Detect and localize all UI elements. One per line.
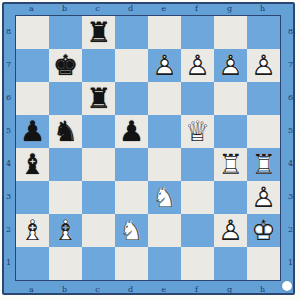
file-label-top-c: c — [81, 3, 114, 14]
rank-label-right-7: 7 — [285, 48, 296, 81]
piece-white-queen-f5: ♛♕ — [181, 115, 214, 148]
square-e2 — [148, 214, 181, 247]
file-label-bottom-a: a — [15, 284, 48, 295]
rank-label-right-4: 4 — [285, 147, 296, 180]
file-label-top-f: f — [180, 3, 213, 14]
piece-white-bishop-a2: ♝♗ — [16, 214, 49, 247]
square-f7: ♟♙ — [181, 49, 214, 82]
piece-white-pawn-e7: ♟♙ — [148, 49, 181, 82]
square-b8 — [49, 16, 82, 49]
rank-label-left-2: 2 — [3, 213, 14, 246]
square-c1 — [82, 247, 115, 280]
square-h7: ♟♙ — [247, 49, 280, 82]
square-b5: ♞ — [49, 115, 82, 148]
square-g5 — [214, 115, 247, 148]
square-a1 — [16, 247, 49, 280]
square-a6 — [16, 82, 49, 115]
square-a4: ♝ — [16, 148, 49, 181]
piece-white-rook-h4: ♜♖ — [247, 148, 280, 181]
square-g1 — [214, 247, 247, 280]
rank-label-right-5: 5 — [285, 114, 296, 147]
piece-white-pawn-g7: ♟♙ — [214, 49, 247, 82]
square-h6 — [247, 82, 280, 115]
square-e6 — [148, 82, 181, 115]
square-e8 — [148, 16, 181, 49]
square-d6 — [115, 82, 148, 115]
square-h8 — [247, 16, 280, 49]
piece-black-king-b7: ♚ — [49, 49, 82, 82]
square-d7 — [115, 49, 148, 82]
square-a3 — [16, 181, 49, 214]
square-a5: ♟ — [16, 115, 49, 148]
square-b1 — [49, 247, 82, 280]
square-d1 — [115, 247, 148, 280]
square-d5: ♟ — [115, 115, 148, 148]
square-g7: ♟♙ — [214, 49, 247, 82]
file-label-top-g: g — [213, 3, 246, 14]
square-f5: ♛♕ — [181, 115, 214, 148]
piece-white-rook-g4: ♜♖ — [214, 148, 247, 181]
chess-diagram: ♜♚♟♙♟♙♟♙♟♙♜♟♞♟♛♕♝♜♖♜♖♞♘♟♙♝♗♝♗♞♘♟♙♚♔ aabb… — [0, 0, 300, 300]
piece-black-rook-c6: ♜ — [82, 82, 115, 115]
piece-white-pawn-f7: ♟♙ — [181, 49, 214, 82]
rank-label-right-8: 8 — [285, 15, 296, 48]
piece-black-pawn-d5: ♟ — [115, 115, 148, 148]
piece-white-knight-e3: ♞♘ — [148, 181, 181, 214]
square-h2: ♚♔ — [247, 214, 280, 247]
square-a7 — [16, 49, 49, 82]
rank-label-left-6: 6 — [3, 81, 14, 114]
square-c3 — [82, 181, 115, 214]
rank-label-left-5: 5 — [3, 114, 14, 147]
square-b2: ♝♗ — [49, 214, 82, 247]
square-g8 — [214, 16, 247, 49]
white-to-move-indicator — [282, 281, 292, 291]
square-b7: ♚ — [49, 49, 82, 82]
rank-label-left-7: 7 — [3, 48, 14, 81]
square-e1 — [148, 247, 181, 280]
rank-label-right-2: 2 — [285, 213, 296, 246]
square-f4 — [181, 148, 214, 181]
square-d3 — [115, 181, 148, 214]
square-e7: ♟♙ — [148, 49, 181, 82]
piece-black-rook-c8: ♜ — [82, 16, 115, 49]
piece-black-knight-b5: ♞ — [49, 115, 82, 148]
piece-black-bishop-a4: ♝ — [16, 148, 49, 181]
square-e3: ♞♘ — [148, 181, 181, 214]
square-d8 — [115, 16, 148, 49]
piece-white-pawn-g2: ♟♙ — [214, 214, 247, 247]
square-c7 — [82, 49, 115, 82]
file-label-top-a: a — [15, 3, 48, 14]
piece-white-pawn-h3: ♟♙ — [247, 181, 280, 214]
square-d4 — [115, 148, 148, 181]
square-e4 — [148, 148, 181, 181]
file-label-bottom-f: f — [180, 284, 213, 295]
square-c4 — [82, 148, 115, 181]
square-g3 — [214, 181, 247, 214]
square-b4 — [49, 148, 82, 181]
file-label-bottom-d: d — [114, 284, 147, 295]
rank-label-left-3: 3 — [3, 180, 14, 213]
piece-white-knight-d2: ♞♘ — [115, 214, 148, 247]
square-a2: ♝♗ — [16, 214, 49, 247]
piece-black-pawn-a5: ♟ — [16, 115, 49, 148]
file-label-bottom-g: g — [213, 284, 246, 295]
file-label-bottom-e: e — [147, 284, 180, 295]
rank-label-right-6: 6 — [285, 81, 296, 114]
square-g6 — [214, 82, 247, 115]
square-f6 — [181, 82, 214, 115]
square-g2: ♟♙ — [214, 214, 247, 247]
square-c6: ♜ — [82, 82, 115, 115]
rank-label-right-3: 3 — [285, 180, 296, 213]
piece-white-king-h2: ♚♔ — [247, 214, 280, 247]
piece-white-bishop-b2: ♝♗ — [49, 214, 82, 247]
square-f1 — [181, 247, 214, 280]
square-f2 — [181, 214, 214, 247]
rank-label-left-4: 4 — [3, 147, 14, 180]
square-f3 — [181, 181, 214, 214]
chess-board: ♜♚♟♙♟♙♟♙♟♙♜♟♞♟♛♕♝♜♖♜♖♞♘♟♙♝♗♝♗♞♘♟♙♚♔ — [15, 15, 281, 281]
file-label-top-d: d — [114, 3, 147, 14]
square-b6 — [49, 82, 82, 115]
piece-white-pawn-h7: ♟♙ — [247, 49, 280, 82]
square-e5 — [148, 115, 181, 148]
square-h3: ♟♙ — [247, 181, 280, 214]
square-h1 — [247, 247, 280, 280]
file-label-top-e: e — [147, 3, 180, 14]
file-label-bottom-h: h — [246, 284, 279, 295]
square-c5 — [82, 115, 115, 148]
square-c8: ♜ — [82, 16, 115, 49]
square-a8 — [16, 16, 49, 49]
file-label-top-h: h — [246, 3, 279, 14]
square-h4: ♜♖ — [247, 148, 280, 181]
square-f8 — [181, 16, 214, 49]
file-label-top-b: b — [48, 3, 81, 14]
square-h5 — [247, 115, 280, 148]
square-g4: ♜♖ — [214, 148, 247, 181]
rank-label-right-1: 1 — [285, 246, 296, 279]
square-b3 — [49, 181, 82, 214]
rank-label-left-1: 1 — [3, 246, 14, 279]
rank-label-left-8: 8 — [3, 15, 14, 48]
file-label-bottom-b: b — [48, 284, 81, 295]
square-d2: ♞♘ — [115, 214, 148, 247]
file-label-bottom-c: c — [81, 284, 114, 295]
square-c2 — [82, 214, 115, 247]
